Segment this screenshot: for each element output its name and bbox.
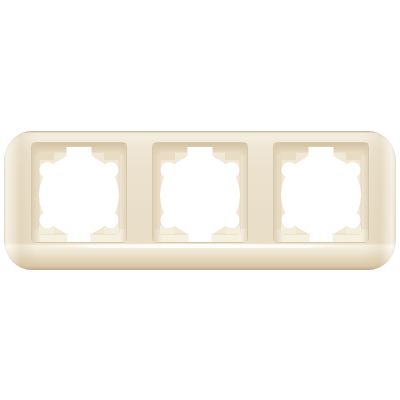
socket-opening-1 (31, 142, 127, 243)
recess-right-shadow (241, 143, 247, 242)
collar-step-top-left (39, 152, 54, 160)
socket-opening-graphic (152, 142, 248, 243)
recess-right-shadow (362, 143, 368, 242)
socket-opening-2 (152, 142, 248, 243)
collar-step-top-left (281, 152, 296, 160)
product-photo (0, 0, 400, 400)
socket-frame (4, 131, 396, 270)
collar-step-top-left (160, 152, 175, 160)
collar-step-top-right (104, 152, 119, 160)
collar-step-top-right (346, 152, 361, 160)
socket-opening-graphic (31, 142, 127, 243)
openings-row (4, 131, 396, 270)
recess-right-shadow (120, 143, 126, 242)
collar-step-top-right (225, 152, 240, 160)
socket-opening-graphic (273, 142, 369, 243)
socket-opening-3 (273, 142, 369, 243)
